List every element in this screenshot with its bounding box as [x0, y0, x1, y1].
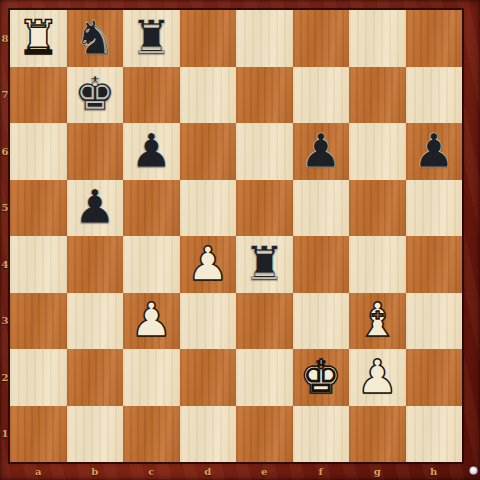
square-b3[interactable]	[67, 293, 124, 350]
square-f8[interactable]	[293, 10, 350, 67]
square-e7[interactable]	[236, 67, 293, 124]
square-f5[interactable]	[293, 180, 350, 237]
square-h6[interactable]: ♟	[406, 123, 463, 180]
white-pawn-g2[interactable]: ♟	[356, 353, 398, 400]
square-e3[interactable]	[236, 293, 293, 350]
square-e2[interactable]	[236, 349, 293, 406]
square-h4[interactable]	[406, 236, 463, 293]
rank-label-7: 7	[0, 67, 10, 124]
chess-board: ♜♞♜♚♟♟♟♟♟♜♟♝♚♟	[10, 10, 462, 462]
rank-label-3: 3	[0, 293, 10, 350]
square-c4[interactable]	[123, 236, 180, 293]
square-f2[interactable]: ♚	[293, 349, 350, 406]
square-g6[interactable]	[349, 123, 406, 180]
square-d8[interactable]	[180, 10, 237, 67]
square-f1[interactable]	[293, 406, 350, 463]
square-b8[interactable]: ♞	[67, 10, 124, 67]
square-d3[interactable]	[180, 293, 237, 350]
white-pawn-d4[interactable]: ♟	[187, 240, 229, 287]
square-b7[interactable]: ♚	[67, 67, 124, 124]
square-d7[interactable]	[180, 67, 237, 124]
square-h7[interactable]	[406, 67, 463, 124]
square-c5[interactable]	[123, 180, 180, 237]
square-f3[interactable]	[293, 293, 350, 350]
square-b5[interactable]: ♟	[67, 180, 124, 237]
square-h2[interactable]	[406, 349, 463, 406]
square-a7[interactable]	[10, 67, 67, 124]
square-g8[interactable]	[349, 10, 406, 67]
rank-label-1: 1	[0, 406, 10, 463]
square-d6[interactable]	[180, 123, 237, 180]
square-g3[interactable]: ♝	[349, 293, 406, 350]
square-h5[interactable]	[406, 180, 463, 237]
black-knight-b8[interactable]: ♞	[74, 14, 116, 61]
square-c8[interactable]: ♜	[123, 10, 180, 67]
side-to-move-indicator	[469, 466, 478, 475]
square-g1[interactable]	[349, 406, 406, 463]
file-label-g: g	[349, 462, 406, 480]
black-rook-c8[interactable]: ♜	[130, 14, 172, 61]
black-pawn-f6[interactable]: ♟	[300, 127, 342, 174]
square-e5[interactable]	[236, 180, 293, 237]
square-a4[interactable]	[10, 236, 67, 293]
square-g7[interactable]	[349, 67, 406, 124]
square-d4[interactable]: ♟	[180, 236, 237, 293]
square-c3[interactable]: ♟	[123, 293, 180, 350]
rank-label-6: 6	[0, 123, 10, 180]
black-king-b7[interactable]: ♚	[74, 70, 116, 117]
square-b6[interactable]	[67, 123, 124, 180]
file-label-c: c	[123, 462, 180, 480]
square-c7[interactable]	[123, 67, 180, 124]
file-label-a: a	[10, 462, 67, 480]
file-label-d: d	[180, 462, 237, 480]
square-a5[interactable]	[10, 180, 67, 237]
white-king-f2[interactable]: ♚	[300, 353, 342, 400]
square-c1[interactable]	[123, 406, 180, 463]
square-b2[interactable]	[67, 349, 124, 406]
white-bishop-g3[interactable]: ♝	[356, 296, 398, 343]
black-rook-e4[interactable]: ♜	[243, 240, 285, 287]
white-rook-a8[interactable]: ♜	[17, 14, 59, 61]
square-f4[interactable]	[293, 236, 350, 293]
file-label-f: f	[293, 462, 350, 480]
square-f7[interactable]	[293, 67, 350, 124]
square-a1[interactable]	[10, 406, 67, 463]
square-g5[interactable]	[349, 180, 406, 237]
rank-label-8: 8	[0, 10, 10, 67]
square-a6[interactable]	[10, 123, 67, 180]
square-h3[interactable]	[406, 293, 463, 350]
square-e4[interactable]: ♜	[236, 236, 293, 293]
square-e1[interactable]	[236, 406, 293, 463]
black-pawn-b5[interactable]: ♟	[74, 183, 116, 230]
square-d5[interactable]	[180, 180, 237, 237]
file-label-h: h	[406, 462, 463, 480]
square-e8[interactable]	[236, 10, 293, 67]
square-d2[interactable]	[180, 349, 237, 406]
white-pawn-c3[interactable]: ♟	[130, 296, 172, 343]
square-a8[interactable]: ♜	[10, 10, 67, 67]
square-a2[interactable]	[10, 349, 67, 406]
square-b1[interactable]	[67, 406, 124, 463]
rank-label-2: 2	[0, 349, 10, 406]
rank-label-5: 5	[0, 180, 10, 237]
square-g2[interactable]: ♟	[349, 349, 406, 406]
black-pawn-c6[interactable]: ♟	[130, 127, 172, 174]
square-c6[interactable]: ♟	[123, 123, 180, 180]
rank-label-4: 4	[0, 236, 10, 293]
square-e6[interactable]	[236, 123, 293, 180]
square-h1[interactable]	[406, 406, 463, 463]
square-d1[interactable]	[180, 406, 237, 463]
chess-board-frame: ♜♞♜♚♟♟♟♟♟♜♟♝♚♟ 87654321abcdefgh	[0, 0, 480, 480]
black-pawn-h6[interactable]: ♟	[413, 127, 455, 174]
file-label-b: b	[67, 462, 124, 480]
square-g4[interactable]	[349, 236, 406, 293]
square-f6[interactable]: ♟	[293, 123, 350, 180]
square-h8[interactable]	[406, 10, 463, 67]
square-b4[interactable]	[67, 236, 124, 293]
file-label-e: e	[236, 462, 293, 480]
square-c2[interactable]	[123, 349, 180, 406]
square-a3[interactable]	[10, 293, 67, 350]
